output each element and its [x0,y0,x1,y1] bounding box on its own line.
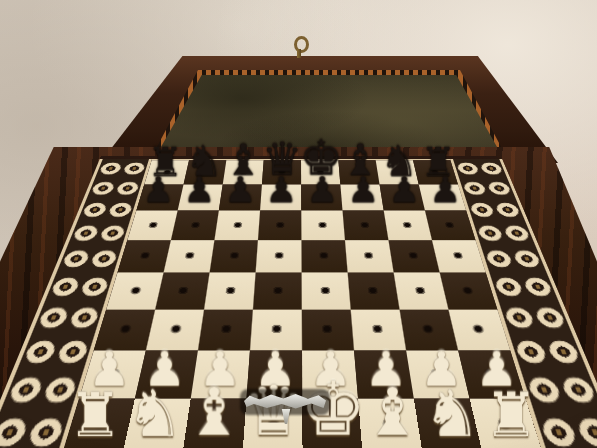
peg-hole [407,252,419,260]
peg-hole [228,252,240,260]
square-e7[interactable]: ♟ [301,184,342,210]
square-e5[interactable] [301,240,347,273]
square-c1[interactable]: ♝ [182,398,246,448]
white-bishop[interactable]: ♝ [361,380,420,446]
white-rook[interactable]: ♜ [66,385,121,446]
peg-hole [420,324,434,334]
black-pawn[interactable]: ♟ [346,172,378,207]
peg-hole [117,324,132,334]
peg-hole [270,324,283,334]
square-c6[interactable] [214,211,260,240]
square-a7[interactable]: ♟ [136,184,183,210]
peg-hole [176,286,189,295]
peg-hole [232,221,243,228]
hook-stem [297,49,301,58]
square-d5[interactable] [255,240,301,273]
peg-hole [128,286,142,295]
square-f5[interactable] [344,240,393,273]
peg-hole [320,324,333,334]
square-b4[interactable] [155,272,209,309]
black-pawn[interactable]: ♟ [428,172,460,207]
white-rook[interactable]: ♜ [482,385,537,446]
square-c7[interactable]: ♟ [218,184,261,210]
peg-hole [401,221,413,228]
square-f6[interactable] [342,211,388,240]
peg-hole [460,286,474,295]
peg-hole [317,221,328,228]
white-knight[interactable]: ♞ [422,382,480,446]
square-h5[interactable] [431,240,485,273]
square-e6[interactable] [301,211,345,240]
white-knight[interactable]: ♞ [124,382,182,446]
peg-hole [273,252,284,260]
peg-hole [147,221,159,228]
square-f7[interactable]: ♟ [340,184,383,210]
square-d7[interactable]: ♟ [260,184,301,210]
square-d6[interactable] [257,211,300,240]
black-pawn[interactable]: ♟ [264,172,296,207]
square-g1[interactable]: ♞ [413,398,482,448]
photo-scene: ♜♞♝♛♚♝♞♜♟♟♟♟♟♟♟♟♟♟♟♟♟♟♟♟♜♞♝♛♚♝♞♜ [0,0,597,448]
peg-hole [271,286,283,295]
square-g7[interactable]: ♟ [379,184,424,210]
square-d4[interactable] [252,272,301,309]
black-pawn[interactable]: ♟ [387,172,419,207]
peg-hole [318,252,329,260]
peg-hole [319,286,331,295]
square-b5[interactable] [163,240,214,273]
square-a6[interactable] [127,211,177,240]
peg-hole [138,252,151,260]
peg-hole [362,252,374,260]
front-clasp [240,389,330,431]
peg-hole [359,221,370,228]
white-bishop[interactable]: ♝ [183,380,242,446]
peg-hole [168,324,182,334]
square-c5[interactable] [209,240,257,273]
square-g4[interactable] [393,272,448,309]
black-pawn[interactable]: ♟ [305,172,337,207]
brass-hook-icon [291,36,307,60]
peg-hole [189,221,201,228]
square-b7[interactable]: ♟ [177,184,222,210]
peg-hole [219,324,232,334]
peg-hole [224,286,237,295]
square-e4[interactable] [301,272,350,309]
peg-hole [366,286,379,295]
peg-hole [470,324,485,334]
peg-hole [274,221,285,228]
square-h7[interactable]: ♟ [418,184,465,210]
square-c4[interactable] [203,272,255,309]
peg-hole [370,324,383,334]
black-pawn[interactable]: ♟ [223,172,255,207]
peg-hole [443,221,455,228]
square-a5[interactable] [117,240,170,273]
square-g5[interactable] [388,240,439,273]
peg-hole [413,286,426,295]
black-pawn[interactable]: ♟ [141,172,173,207]
square-g6[interactable] [383,211,431,240]
square-h6[interactable] [424,211,474,240]
square-b6[interactable] [170,211,218,240]
square-f4[interactable] [347,272,399,309]
peg-hole [183,252,195,260]
square-a1[interactable]: ♜ [62,398,134,448]
square-f1[interactable]: ♝ [357,398,421,448]
square-b1[interactable]: ♞ [122,398,190,448]
black-pawn[interactable]: ♟ [182,172,214,207]
peg-hole [451,252,464,260]
